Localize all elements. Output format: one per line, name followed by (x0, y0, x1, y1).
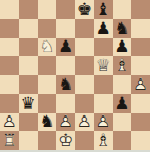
black-knight-icon[interactable]: ♞ (56, 75, 75, 94)
square-h7[interactable] (131, 19, 150, 38)
square-g8[interactable] (113, 0, 132, 19)
square-f1[interactable]: ♝♗ (94, 131, 113, 150)
chess-board-frame: ♚♝♟♞♞♘♟♟♛♕♝♗♞♟♙♛♟♟♙♞♟♙♟♙♟♙♜♖♚♔♝♗ (0, 0, 150, 152)
white-pawn-outline-icon: ♙ (75, 113, 94, 132)
square-e5[interactable] (75, 56, 94, 75)
square-e6[interactable] (75, 38, 94, 57)
black-knight-icon[interactable]: ♞ (113, 19, 132, 38)
square-d8[interactable] (56, 0, 75, 19)
square-d5[interactable] (56, 56, 75, 75)
square-d6[interactable]: ♟ (56, 38, 75, 57)
black-queen-icon[interactable]: ♛ (19, 94, 38, 113)
square-b1[interactable] (19, 131, 38, 150)
square-c8[interactable] (38, 0, 57, 19)
square-b6[interactable] (19, 38, 38, 57)
white-pawn-icon[interactable]: ♟ (94, 113, 113, 132)
square-h1[interactable] (131, 131, 150, 150)
square-d4[interactable]: ♞ (56, 75, 75, 94)
white-pawn-outline-icon: ♙ (131, 75, 150, 94)
square-f4[interactable] (94, 75, 113, 94)
square-a5[interactable] (0, 56, 19, 75)
white-bishop-outline-icon: ♗ (94, 131, 113, 150)
bottom-edge-strip (0, 150, 150, 152)
black-bishop-icon[interactable]: ♝ (94, 0, 113, 19)
white-pawn-icon[interactable]: ♟ (56, 113, 75, 132)
white-pawn-icon[interactable]: ♟ (0, 113, 19, 132)
white-rook-outline-icon: ♖ (0, 131, 19, 150)
square-h6[interactable] (131, 38, 150, 57)
white-pawn-icon[interactable]: ♟ (75, 113, 94, 132)
square-e4[interactable] (75, 75, 94, 94)
square-f5[interactable]: ♛♕ (94, 56, 113, 75)
square-g6[interactable]: ♟ (113, 38, 132, 57)
white-rook-icon[interactable]: ♜ (0, 131, 19, 150)
white-queen-outline-icon: ♕ (94, 56, 113, 75)
white-queen-icon[interactable]: ♛ (94, 56, 113, 75)
square-g3[interactable]: ♟ (113, 94, 132, 113)
square-f3[interactable] (94, 94, 113, 113)
square-e2[interactable]: ♟♙ (75, 113, 94, 132)
black-knight-icon[interactable]: ♞ (38, 113, 57, 132)
square-d7[interactable] (56, 19, 75, 38)
black-pawn-icon[interactable]: ♟ (113, 94, 132, 113)
square-h3[interactable] (131, 94, 150, 113)
square-a2[interactable]: ♟♙ (0, 113, 19, 132)
square-f7[interactable]: ♟ (94, 19, 113, 38)
square-d1[interactable]: ♚♔ (56, 131, 75, 150)
square-b4[interactable] (19, 75, 38, 94)
white-knight-outline-icon: ♘ (38, 38, 57, 57)
square-g7[interactable]: ♞ (113, 19, 132, 38)
square-h8[interactable] (131, 0, 150, 19)
square-c6[interactable]: ♞♘ (38, 38, 57, 57)
square-h4[interactable]: ♟♙ (131, 75, 150, 94)
square-a3[interactable] (0, 94, 19, 113)
black-pawn-icon[interactable]: ♟ (94, 19, 113, 38)
white-pawn-icon[interactable]: ♟ (131, 75, 150, 94)
square-g1[interactable] (113, 131, 132, 150)
square-a4[interactable] (0, 75, 19, 94)
square-b2[interactable] (19, 113, 38, 132)
white-pawn-outline-icon: ♙ (94, 113, 113, 132)
white-pawn-outline-icon: ♙ (0, 113, 19, 132)
square-e8[interactable]: ♚ (75, 0, 94, 19)
square-g5[interactable]: ♝♗ (113, 56, 132, 75)
square-c1[interactable] (38, 131, 57, 150)
square-a7[interactable] (0, 19, 19, 38)
square-g4[interactable] (113, 75, 132, 94)
square-a1[interactable]: ♜♖ (0, 131, 19, 150)
chess-board: ♚♝♟♞♞♘♟♟♛♕♝♗♞♟♙♛♟♟♙♞♟♙♟♙♟♙♜♖♚♔♝♗ (0, 0, 150, 150)
square-a6[interactable] (0, 38, 19, 57)
square-e3[interactable] (75, 94, 94, 113)
square-e7[interactable] (75, 19, 94, 38)
square-g2[interactable] (113, 113, 132, 132)
black-pawn-icon[interactable]: ♟ (56, 38, 75, 57)
square-b3[interactable]: ♛ (19, 94, 38, 113)
square-d3[interactable] (56, 94, 75, 113)
square-c7[interactable] (38, 19, 57, 38)
black-pawn-icon[interactable]: ♟ (113, 38, 132, 57)
white-king-outline-icon: ♔ (56, 131, 75, 150)
square-a8[interactable] (0, 0, 19, 19)
square-f8[interactable]: ♝ (94, 0, 113, 19)
square-c4[interactable] (38, 75, 57, 94)
white-bishop-icon[interactable]: ♝ (94, 131, 113, 150)
square-h5[interactable] (131, 56, 150, 75)
square-b8[interactable] (19, 0, 38, 19)
square-f2[interactable]: ♟♙ (94, 113, 113, 132)
square-d2[interactable]: ♟♙ (56, 113, 75, 132)
white-bishop-outline-icon: ♗ (113, 56, 132, 75)
white-knight-icon[interactable]: ♞ (38, 38, 57, 57)
black-king-icon[interactable]: ♚ (75, 0, 94, 19)
square-b5[interactable] (19, 56, 38, 75)
square-f6[interactable] (94, 38, 113, 57)
white-bishop-icon[interactable]: ♝ (113, 56, 132, 75)
square-b7[interactable] (19, 19, 38, 38)
square-c3[interactable] (38, 94, 57, 113)
square-c2[interactable]: ♞ (38, 113, 57, 132)
white-king-icon[interactable]: ♚ (56, 131, 75, 150)
white-pawn-outline-icon: ♙ (56, 113, 75, 132)
square-e1[interactable] (75, 131, 94, 150)
square-c5[interactable] (38, 56, 57, 75)
square-h2[interactable] (131, 113, 150, 132)
